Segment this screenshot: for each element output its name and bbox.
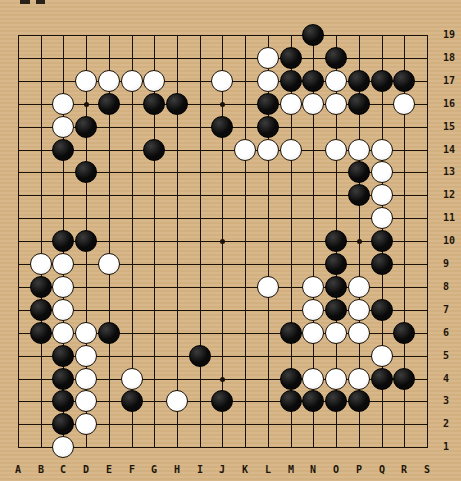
column-label-I: I [192, 464, 208, 476]
black-stone-I5[interactable] [189, 345, 211, 367]
column-label-C: C [55, 464, 71, 476]
white-stone-Q14[interactable] [371, 139, 393, 161]
white-stone-L18[interactable] [257, 47, 279, 69]
white-stone-D3[interactable] [75, 390, 97, 412]
black-stone-R6[interactable] [393, 322, 415, 344]
row-label-10: 10 [443, 235, 461, 247]
white-stone-O6[interactable] [325, 322, 347, 344]
white-stone-D2[interactable] [75, 413, 97, 435]
star-point [220, 102, 225, 107]
white-stone-Q5[interactable] [371, 345, 393, 367]
black-stone-R4[interactable] [393, 368, 415, 390]
star-point [357, 239, 362, 244]
black-stone-H16[interactable] [166, 93, 188, 115]
black-stone-O8[interactable] [325, 276, 347, 298]
row-label-6: 6 [443, 327, 461, 339]
white-stone-C8[interactable] [52, 276, 74, 298]
black-stone-D13[interactable] [75, 161, 97, 183]
black-stone-N3[interactable] [302, 390, 324, 412]
white-stone-N8[interactable] [302, 276, 324, 298]
black-stone-N17[interactable] [302, 70, 324, 92]
black-stone-C4[interactable] [52, 368, 74, 390]
black-stone-L16[interactable] [257, 93, 279, 115]
white-stone-G17[interactable] [143, 70, 165, 92]
row-label-18: 18 [443, 52, 461, 64]
row-label-1: 1 [443, 441, 461, 453]
white-stone-P8[interactable] [348, 276, 370, 298]
white-stone-N16[interactable] [302, 93, 324, 115]
row-label-5: 5 [443, 350, 461, 362]
white-stone-C15[interactable] [52, 116, 74, 138]
black-stone-P3[interactable] [348, 390, 370, 412]
white-stone-N4[interactable] [302, 368, 324, 390]
column-label-O: O [328, 464, 344, 476]
row-label-3: 3 [443, 395, 461, 407]
white-stone-D4[interactable] [75, 368, 97, 390]
white-stone-O17[interactable] [325, 70, 347, 92]
black-stone-M6[interactable] [280, 322, 302, 344]
black-stone-G14[interactable] [143, 139, 165, 161]
black-stone-C5[interactable] [52, 345, 74, 367]
column-label-M: M [283, 464, 299, 476]
black-stone-J3[interactable] [211, 390, 233, 412]
white-stone-H3[interactable] [166, 390, 188, 412]
row-label-12: 12 [443, 189, 461, 201]
black-stone-B6[interactable] [30, 322, 52, 344]
white-stone-C9[interactable] [52, 253, 74, 275]
white-stone-C1[interactable] [52, 436, 74, 458]
row-label-11: 11 [443, 212, 461, 224]
white-stone-C16[interactable] [52, 93, 74, 115]
column-label-R: R [396, 464, 412, 476]
row-label-9: 9 [443, 258, 461, 270]
black-stone-O18[interactable] [325, 47, 347, 69]
white-stone-F17[interactable] [121, 70, 143, 92]
white-stone-D5[interactable] [75, 345, 97, 367]
grid-line-horizontal [18, 447, 428, 448]
column-label-P: P [351, 464, 367, 476]
white-stone-O14[interactable] [325, 139, 347, 161]
black-stone-B7[interactable] [30, 299, 52, 321]
row-label-8: 8 [443, 281, 461, 293]
row-label-17: 17 [443, 75, 461, 87]
white-stone-P4[interactable] [348, 368, 370, 390]
grid-line-vertical [245, 35, 246, 448]
column-label-E: E [101, 464, 117, 476]
white-stone-P7[interactable] [348, 299, 370, 321]
white-stone-Q12[interactable] [371, 184, 393, 206]
black-stone-Q17[interactable] [371, 70, 393, 92]
white-stone-D6[interactable] [75, 322, 97, 344]
black-stone-F3[interactable] [121, 390, 143, 412]
white-stone-N6[interactable] [302, 322, 324, 344]
row-label-14: 14 [443, 144, 461, 156]
black-stone-Q4[interactable] [371, 368, 393, 390]
column-label-S: S [419, 464, 435, 476]
grid-line-horizontal [18, 264, 428, 265]
black-stone-E16[interactable] [98, 93, 120, 115]
column-label-A: A [10, 464, 26, 476]
white-stone-P14[interactable] [348, 139, 370, 161]
column-label-B: B [33, 464, 49, 476]
black-stone-J15[interactable] [211, 116, 233, 138]
white-stone-P6[interactable] [348, 322, 370, 344]
black-stone-M18[interactable] [280, 47, 302, 69]
white-stone-L17[interactable] [257, 70, 279, 92]
black-stone-P12[interactable] [348, 184, 370, 206]
star-point [220, 239, 225, 244]
white-stone-C7[interactable] [52, 299, 74, 321]
black-stone-P16[interactable] [348, 93, 370, 115]
black-stone-C10[interactable] [52, 230, 74, 252]
white-stone-J17[interactable] [211, 70, 233, 92]
black-stone-C2[interactable] [52, 413, 74, 435]
white-stone-D17[interactable] [75, 70, 97, 92]
row-label-13: 13 [443, 166, 461, 178]
column-label-K: K [237, 464, 253, 476]
black-stone-M4[interactable] [280, 368, 302, 390]
white-stone-N7[interactable] [302, 299, 324, 321]
white-stone-O16[interactable] [325, 93, 347, 115]
black-stone-M17[interactable] [280, 70, 302, 92]
row-label-16: 16 [443, 98, 461, 110]
black-stone-Q7[interactable] [371, 299, 393, 321]
grid-line-horizontal [18, 35, 428, 36]
black-stone-O3[interactable] [325, 390, 347, 412]
white-stone-K14[interactable] [234, 139, 256, 161]
star-point [84, 102, 89, 107]
black-stone-P17[interactable] [348, 70, 370, 92]
black-stone-O9[interactable] [325, 253, 347, 275]
white-stone-E9[interactable] [98, 253, 120, 275]
black-stone-C14[interactable] [52, 139, 74, 161]
white-stone-Q13[interactable] [371, 161, 393, 183]
grid-line-horizontal [18, 58, 428, 59]
black-stone-O10[interactable] [325, 230, 347, 252]
black-stone-G16[interactable] [143, 93, 165, 115]
white-stone-Q11[interactable] [371, 207, 393, 229]
white-stone-O4[interactable] [325, 368, 347, 390]
white-stone-M16[interactable] [280, 93, 302, 115]
grid-line-vertical [427, 35, 428, 448]
column-label-L: L [260, 464, 276, 476]
white-stone-F4[interactable] [121, 368, 143, 390]
white-stone-L8[interactable] [257, 276, 279, 298]
black-stone-O7[interactable] [325, 299, 347, 321]
screenshot-artifact [36, 0, 45, 4]
column-label-N: N [305, 464, 321, 476]
column-label-D: D [78, 464, 94, 476]
column-label-Q: Q [374, 464, 390, 476]
black-stone-N19[interactable] [302, 24, 324, 46]
black-stone-Q10[interactable] [371, 230, 393, 252]
white-stone-E17[interactable] [98, 70, 120, 92]
white-stone-C6[interactable] [52, 322, 74, 344]
black-stone-E6[interactable] [98, 322, 120, 344]
row-label-7: 7 [443, 304, 461, 316]
black-stone-R17[interactable] [393, 70, 415, 92]
row-label-19: 19 [443, 29, 461, 41]
go-game-screen: ABCDEFGHIJKLMNOPQRS 19181716151413121110… [0, 0, 461, 481]
column-label-H: H [169, 464, 185, 476]
white-stone-L14[interactable] [257, 139, 279, 161]
black-stone-Q9[interactable] [371, 253, 393, 275]
white-stone-M14[interactable] [280, 139, 302, 161]
grid-line-horizontal [18, 218, 428, 219]
black-stone-D10[interactable] [75, 230, 97, 252]
column-label-G: G [146, 464, 162, 476]
column-label-J: J [214, 464, 230, 476]
star-point [220, 377, 225, 382]
black-stone-D15[interactable] [75, 116, 97, 138]
black-stone-B8[interactable] [30, 276, 52, 298]
white-stone-B9[interactable] [30, 253, 52, 275]
row-label-15: 15 [443, 121, 461, 133]
black-stone-C3[interactable] [52, 390, 74, 412]
row-label-2: 2 [443, 418, 461, 430]
screenshot-artifact [20, 0, 30, 4]
row-label-4: 4 [443, 373, 461, 385]
black-stone-M3[interactable] [280, 390, 302, 412]
column-label-F: F [124, 464, 140, 476]
black-stone-L15[interactable] [257, 116, 279, 138]
white-stone-R16[interactable] [393, 93, 415, 115]
black-stone-P13[interactable] [348, 161, 370, 183]
